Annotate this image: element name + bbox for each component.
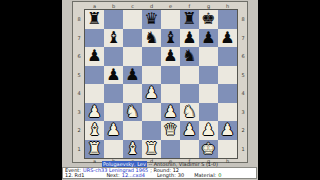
length-label: Length: bbox=[157, 173, 176, 178]
square-e7: ♝ bbox=[161, 29, 180, 48]
square-a5 bbox=[85, 66, 104, 85]
coord-label-1: 1 bbox=[239, 140, 247, 159]
material-label: Material: bbox=[194, 173, 216, 178]
square-g2: ♟ bbox=[199, 121, 218, 140]
coord-label-7: 7 bbox=[239, 29, 247, 48]
square-e1 bbox=[161, 140, 180, 159]
square-b3 bbox=[104, 103, 123, 122]
black-knight-f6: ♞ bbox=[182, 48, 196, 64]
square-g7: ♟ bbox=[199, 29, 218, 48]
square-a4 bbox=[85, 84, 104, 103]
square-f4 bbox=[180, 84, 199, 103]
black-rook-f8: ♜ bbox=[182, 11, 196, 27]
square-h3 bbox=[218, 103, 237, 122]
square-f8: ♜ bbox=[180, 10, 199, 29]
rank-labels-right: 87654321 bbox=[239, 10, 247, 158]
white-knight-f3: ♞ bbox=[182, 104, 196, 120]
square-e8 bbox=[161, 10, 180, 29]
square-h1 bbox=[218, 140, 237, 159]
square-c6 bbox=[123, 47, 142, 66]
square-g1: ♚ bbox=[199, 140, 218, 159]
white-pawn-b2: ♟ bbox=[106, 122, 120, 138]
white-bishop-a2: ♝ bbox=[87, 122, 101, 138]
white-rook-a1: ♜ bbox=[87, 141, 101, 157]
square-b1 bbox=[104, 140, 123, 159]
square-f7: ♟ bbox=[180, 29, 199, 48]
square-b2: ♟ bbox=[104, 121, 123, 140]
square-h4 bbox=[218, 84, 237, 103]
white-pawn-a3: ♟ bbox=[87, 104, 101, 120]
square-d1: ♜ bbox=[142, 140, 161, 159]
square-b6 bbox=[104, 47, 123, 66]
square-e5 bbox=[161, 66, 180, 85]
black-pawn-e6: ♟ bbox=[163, 48, 177, 64]
square-a6: ♟ bbox=[85, 47, 104, 66]
square-e3: ♟ bbox=[161, 103, 180, 122]
square-g4 bbox=[199, 84, 218, 103]
move-line: 12. Rd1 Next: 12...cxd4 Length: 30 Mater… bbox=[63, 173, 256, 178]
coord-label-2: 2 bbox=[239, 121, 247, 140]
square-c1: ♝ bbox=[123, 140, 142, 159]
length-value: 30 bbox=[178, 173, 184, 178]
square-f6: ♞ bbox=[180, 47, 199, 66]
square-e2: ♛ bbox=[161, 121, 180, 140]
current-move: 12. Rd1 bbox=[65, 173, 84, 178]
chess-app-window: abcdefgh abcdefgh 87654321 87654321 ♜♛♜♚… bbox=[62, 0, 258, 180]
black-pawn-a6: ♟ bbox=[87, 48, 101, 64]
coord-label-6: 6 bbox=[75, 47, 83, 66]
white-queen-e2: ♛ bbox=[163, 122, 177, 138]
square-g5 bbox=[199, 66, 218, 85]
coord-label-2: 2 bbox=[75, 121, 83, 140]
square-f2: ♟ bbox=[180, 121, 199, 140]
coord-label-4: 4 bbox=[239, 84, 247, 103]
white-pawn-d4: ♟ bbox=[144, 85, 158, 101]
square-f3: ♞ bbox=[180, 103, 199, 122]
coord-label-7: 7 bbox=[75, 29, 83, 48]
black-pawn-c5: ♟ bbox=[125, 67, 139, 83]
square-a8: ♜ bbox=[85, 10, 104, 29]
white-pawn-e3: ♟ bbox=[163, 104, 177, 120]
square-b7: ♝ bbox=[104, 29, 123, 48]
white-knight-c3: ♞ bbox=[125, 104, 139, 120]
black-pawn-h7: ♟ bbox=[220, 30, 234, 46]
black-pawn-b5: ♟ bbox=[106, 67, 120, 83]
square-d3 bbox=[142, 103, 161, 122]
white-pawn-h2: ♟ bbox=[220, 122, 234, 138]
square-c4 bbox=[123, 84, 142, 103]
white-pawn-f2: ♟ bbox=[182, 122, 196, 138]
white-bishop-c1: ♝ bbox=[125, 141, 139, 157]
square-c3: ♞ bbox=[123, 103, 142, 122]
square-g8: ♚ bbox=[199, 10, 218, 29]
material-value: 0 bbox=[218, 173, 221, 178]
video-frame[interactable]: abcdefgh abcdefgh 87654321 87654321 ♜♛♜♚… bbox=[0, 0, 320, 180]
square-h2: ♟ bbox=[218, 121, 237, 140]
black-king-g8: ♚ bbox=[201, 11, 215, 27]
game-info-box: Event: URS-ch33 Leningrad 1965 ; Round: … bbox=[62, 167, 257, 179]
square-e6: ♟ bbox=[161, 47, 180, 66]
square-d7: ♞ bbox=[142, 29, 161, 48]
coord-label-8: 8 bbox=[75, 10, 83, 29]
next-move: 12...cxd4 bbox=[122, 173, 145, 178]
coord-label-8: 8 bbox=[239, 10, 247, 29]
square-g6 bbox=[199, 47, 218, 66]
black-pawn-f7: ♟ bbox=[182, 30, 196, 46]
white-king-g1: ♚ bbox=[201, 141, 215, 157]
square-d2 bbox=[142, 121, 161, 140]
square-c8 bbox=[123, 10, 142, 29]
rank-labels-left: 87654321 bbox=[75, 10, 83, 158]
square-b8 bbox=[104, 10, 123, 29]
black-knight-d7: ♞ bbox=[144, 30, 158, 46]
square-e4 bbox=[161, 84, 180, 103]
square-a3: ♟ bbox=[85, 103, 104, 122]
square-h6 bbox=[218, 47, 237, 66]
coord-label-6: 6 bbox=[239, 47, 247, 66]
black-bishop-b7: ♝ bbox=[106, 30, 120, 46]
square-c2 bbox=[123, 121, 142, 140]
black-bishop-e7: ♝ bbox=[163, 30, 177, 46]
coord-label-5: 5 bbox=[75, 66, 83, 85]
square-c7 bbox=[123, 29, 142, 48]
square-a1: ♜ bbox=[85, 140, 104, 159]
square-f1 bbox=[180, 140, 199, 159]
square-d5 bbox=[142, 66, 161, 85]
next-label: Next: bbox=[106, 173, 119, 178]
black-rook-a8: ♜ bbox=[87, 11, 101, 27]
coord-label-3: 3 bbox=[75, 103, 83, 122]
square-f5 bbox=[180, 66, 199, 85]
square-d6 bbox=[142, 47, 161, 66]
square-d4: ♟ bbox=[142, 84, 161, 103]
square-b5: ♟ bbox=[104, 66, 123, 85]
white-pawn-g2: ♟ bbox=[201, 122, 215, 138]
coord-label-5: 5 bbox=[239, 66, 247, 85]
coord-label-1: 1 bbox=[75, 140, 83, 159]
black-queen-d8: ♛ bbox=[144, 11, 158, 27]
coord-label-3: 3 bbox=[239, 103, 247, 122]
square-h7: ♟ bbox=[218, 29, 237, 48]
square-a2: ♝ bbox=[85, 121, 104, 140]
square-b4 bbox=[104, 84, 123, 103]
black-pawn-g7: ♟ bbox=[201, 30, 215, 46]
square-h8 bbox=[218, 10, 237, 29]
square-h5 bbox=[218, 66, 237, 85]
white-rook-d1: ♜ bbox=[144, 141, 158, 157]
square-g3 bbox=[199, 103, 218, 122]
coord-label-4: 4 bbox=[75, 84, 83, 103]
board-frame: abcdefgh abcdefgh 87654321 87654321 ♜♛♜♚… bbox=[72, 1, 248, 163]
square-a7 bbox=[85, 29, 104, 48]
square-d8: ♛ bbox=[142, 10, 161, 29]
chess-board: ♜♛♜♚♝♞♝♟♟♟♟♟♞♟♟♟♟♞♟♞♝♟♛♟♟♟♜♝♜♚ bbox=[84, 9, 238, 159]
square-c5: ♟ bbox=[123, 66, 142, 85]
